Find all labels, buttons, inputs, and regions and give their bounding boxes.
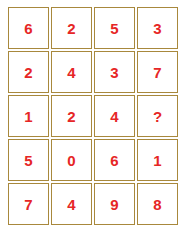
number-puzzle-grid: 62532437124?50617498 — [8, 7, 178, 225]
number-cell: 4 — [94, 95, 135, 137]
number-cell: 5 — [94, 7, 135, 49]
number-cell: 7 — [137, 51, 178, 93]
number-cell: 0 — [51, 139, 92, 181]
missing-number-cell: ? — [137, 95, 178, 137]
number-cell: 4 — [51, 183, 92, 225]
number-cell: 8 — [137, 183, 178, 225]
number-cell: 6 — [94, 139, 135, 181]
number-cell: 4 — [51, 51, 92, 93]
number-cell: 3 — [94, 51, 135, 93]
number-cell: 2 — [51, 7, 92, 49]
number-cell: 9 — [94, 183, 135, 225]
number-cell: 2 — [51, 95, 92, 137]
number-cell: 7 — [8, 183, 49, 225]
number-cell: 3 — [137, 7, 178, 49]
number-cell: 1 — [8, 95, 49, 137]
number-cell: 5 — [8, 139, 49, 181]
number-cell: 6 — [8, 7, 49, 49]
number-cell: 1 — [137, 139, 178, 181]
number-cell: 2 — [8, 51, 49, 93]
